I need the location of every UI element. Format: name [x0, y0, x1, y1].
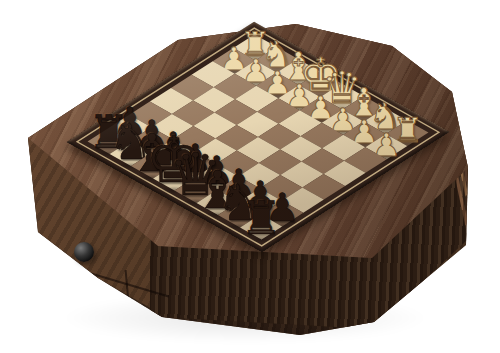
front-right-corner-edge — [0, 72, 5, 136]
drawer-knob[interactable] — [74, 242, 94, 262]
front-left-corner-edge — [0, 0, 6, 72]
chess-set-photo: ♜♞♝♚♛♝♞♜♟♟♟♟♟♟♟♟♟♟♟♟♟♟♟♟♜♞♝♚♛♝♞♜ — [0, 0, 500, 353]
